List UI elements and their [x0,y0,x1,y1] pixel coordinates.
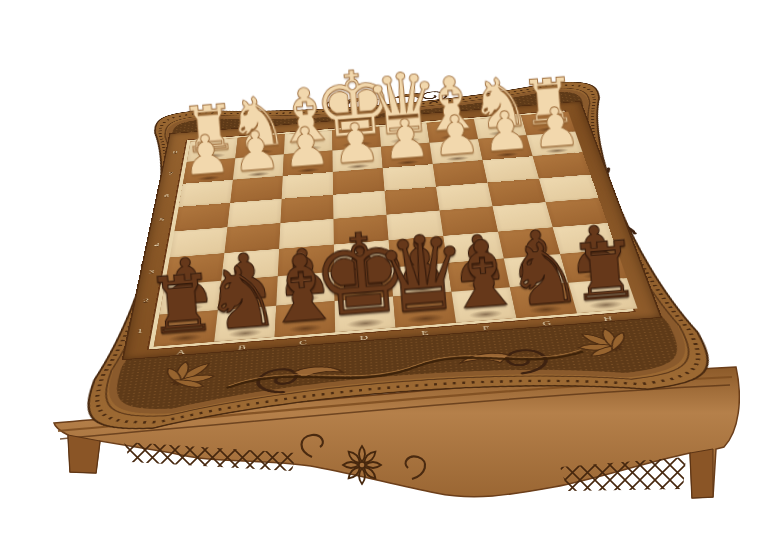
square-g1[interactable]: ♞ [510,283,577,318]
square-b7[interactable]: ♟ [233,154,284,179]
piece-light-pawn[interactable]: ♟ [380,112,432,167]
piece-dark-queen[interactable]: ♛ [372,222,472,327]
carved-table: ♜♞♝♚♛♝♞♜♟♟♟♟♟♟♟♟♟♟♟♟♟♟♟♟♜♞♝♚♛♝♞♜ 8765432… [52,71,750,451]
table-wrap: ♜♞♝♚♛♝♞♜♟♟♟♟♟♟♟♟♟♟♟♟♟♟♟♟♜♞♝♚♛♝♞♜ 8765432… [0,0,750,451]
square-a7[interactable]: ♟ [183,158,235,184]
piece-dark-knight[interactable]: ♞ [200,254,282,341]
piece-light-pawn[interactable]: ♟ [529,100,581,155]
square-e1[interactable]: ♛ [393,292,456,328]
piece-light-pawn[interactable]: ♟ [429,108,481,163]
square-h7[interactable]: ♟ [527,131,583,156]
piece-dark-knight[interactable]: ♞ [502,230,584,317]
square-d7[interactable]: ♟ [332,147,382,172]
piece-light-pawn[interactable]: ♟ [280,120,332,175]
square-g7[interactable]: ♟ [478,135,532,160]
square-e7[interactable]: ♟ [381,143,433,168]
square-b1[interactable]: ♞ [214,306,276,342]
piece-light-pawn[interactable]: ♟ [180,128,232,183]
chess-board: ♜♞♝♚♛♝♞♜♟♟♟♟♟♟♟♟♟♟♟♟♟♟♟♟♜♞♝♚♛♝♞♜ [149,110,634,349]
piece-light-pawn[interactable]: ♟ [330,116,382,171]
square-c7[interactable]: ♟ [283,151,333,176]
piece-light-pawn[interactable]: ♟ [230,124,282,179]
square-f7[interactable]: ♟ [430,139,483,164]
photo-canvas: ♜♞♝♚♛♝♞♜♟♟♟♟♟♟♟♟♟♟♟♟♟♟♟♟♜♞♝♚♛♝♞♜ 8765432… [0,0,768,551]
square-c1[interactable]: ♝ [275,301,335,337]
piece-light-pawn[interactable]: ♟ [479,104,531,159]
table-foot-right [690,449,713,498]
